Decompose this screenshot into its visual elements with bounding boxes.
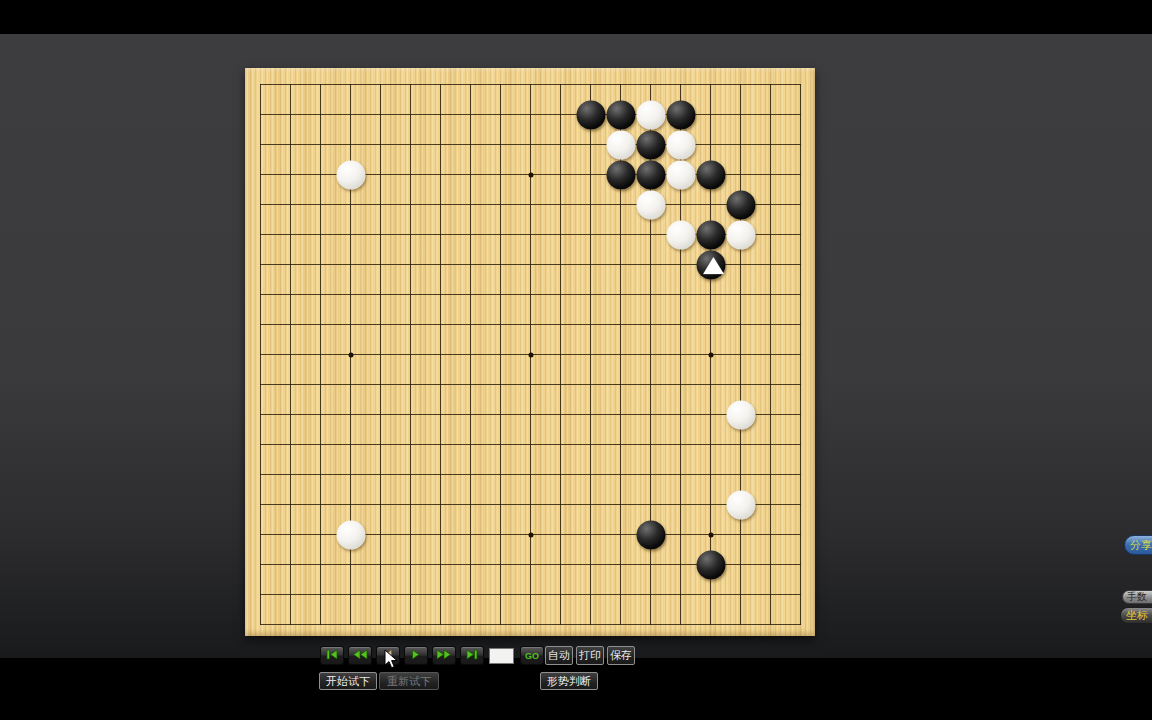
white-stone-P16 <box>666 160 695 189</box>
star-point <box>708 532 713 537</box>
black-stone-Q13 <box>696 250 725 279</box>
save-button[interactable]: 保存 <box>607 646 635 665</box>
move-number-input[interactable] <box>489 648 514 664</box>
start-trial-button[interactable]: 开始试下 <box>319 672 377 690</box>
white-stone-R14 <box>726 220 755 249</box>
right-arrow-icon <box>410 648 422 663</box>
nav-fast-rewind-button[interactable] <box>348 646 372 665</box>
nav-last-button[interactable] <box>460 646 484 665</box>
star-point <box>708 352 713 357</box>
white-stone-P17 <box>666 130 695 159</box>
white-stone-R5 <box>726 490 755 519</box>
skip-to-end-icon <box>465 648 479 663</box>
black-stone-O17 <box>636 130 665 159</box>
white-stone-N17 <box>606 130 635 159</box>
black-stone-N18 <box>606 100 635 129</box>
black-stone-M18 <box>576 100 605 129</box>
board-grid[interactable] <box>260 84 801 625</box>
go-button[interactable]: GO <box>520 646 544 665</box>
app-background: GO 自动 打印 保存 开始试下 重新试下 形势判断 分享 手数 坐标 <box>0 34 1152 658</box>
black-stone-O4 <box>636 520 665 549</box>
redo-trial-button[interactable]: 重新试下 <box>379 672 439 690</box>
star-point <box>348 352 353 357</box>
step-forward-button[interactable] <box>404 646 428 665</box>
action-toolbar: 自动 打印 保存 <box>545 646 635 665</box>
black-stone-R15 <box>726 190 755 219</box>
black-stone-Q3 <box>696 550 725 579</box>
skip-to-start-icon <box>325 648 339 663</box>
nav-fast-forward-button[interactable] <box>432 646 456 665</box>
black-stone-N16 <box>606 160 635 189</box>
black-stone-Q14 <box>696 220 725 249</box>
share-button[interactable]: 分享 <box>1124 535 1152 555</box>
left-arrow-icon <box>382 648 394 663</box>
white-stone-O15 <box>636 190 665 219</box>
black-stone-P18 <box>666 100 695 129</box>
black-stone-O16 <box>636 160 665 189</box>
star-point <box>528 352 533 357</box>
white-stone-P14 <box>666 220 695 249</box>
white-stone-D16 <box>336 160 365 189</box>
star-point <box>528 172 533 177</box>
print-button[interactable]: 打印 <box>576 646 604 665</box>
step-back-button[interactable] <box>376 646 400 665</box>
white-stone-R8 <box>726 400 755 429</box>
white-stone-O18 <box>636 100 665 129</box>
judge-position-button[interactable]: 形势判断 <box>540 672 598 690</box>
coordinates-toggle-button[interactable]: 坐标 <box>1120 607 1152 624</box>
go-board <box>245 68 815 636</box>
nav-toolbar: GO <box>320 646 544 665</box>
star-point <box>528 532 533 537</box>
auto-play-button[interactable]: 自动 <box>545 646 573 665</box>
black-stone-Q16 <box>696 160 725 189</box>
nav-first-button[interactable] <box>320 646 344 665</box>
move-numbers-toggle-button[interactable]: 手数 <box>1122 590 1152 604</box>
last-move-marker <box>696 250 725 279</box>
double-right-arrow-icon <box>436 648 452 663</box>
double-left-arrow-icon <box>352 648 368 663</box>
white-stone-D4 <box>336 520 365 549</box>
